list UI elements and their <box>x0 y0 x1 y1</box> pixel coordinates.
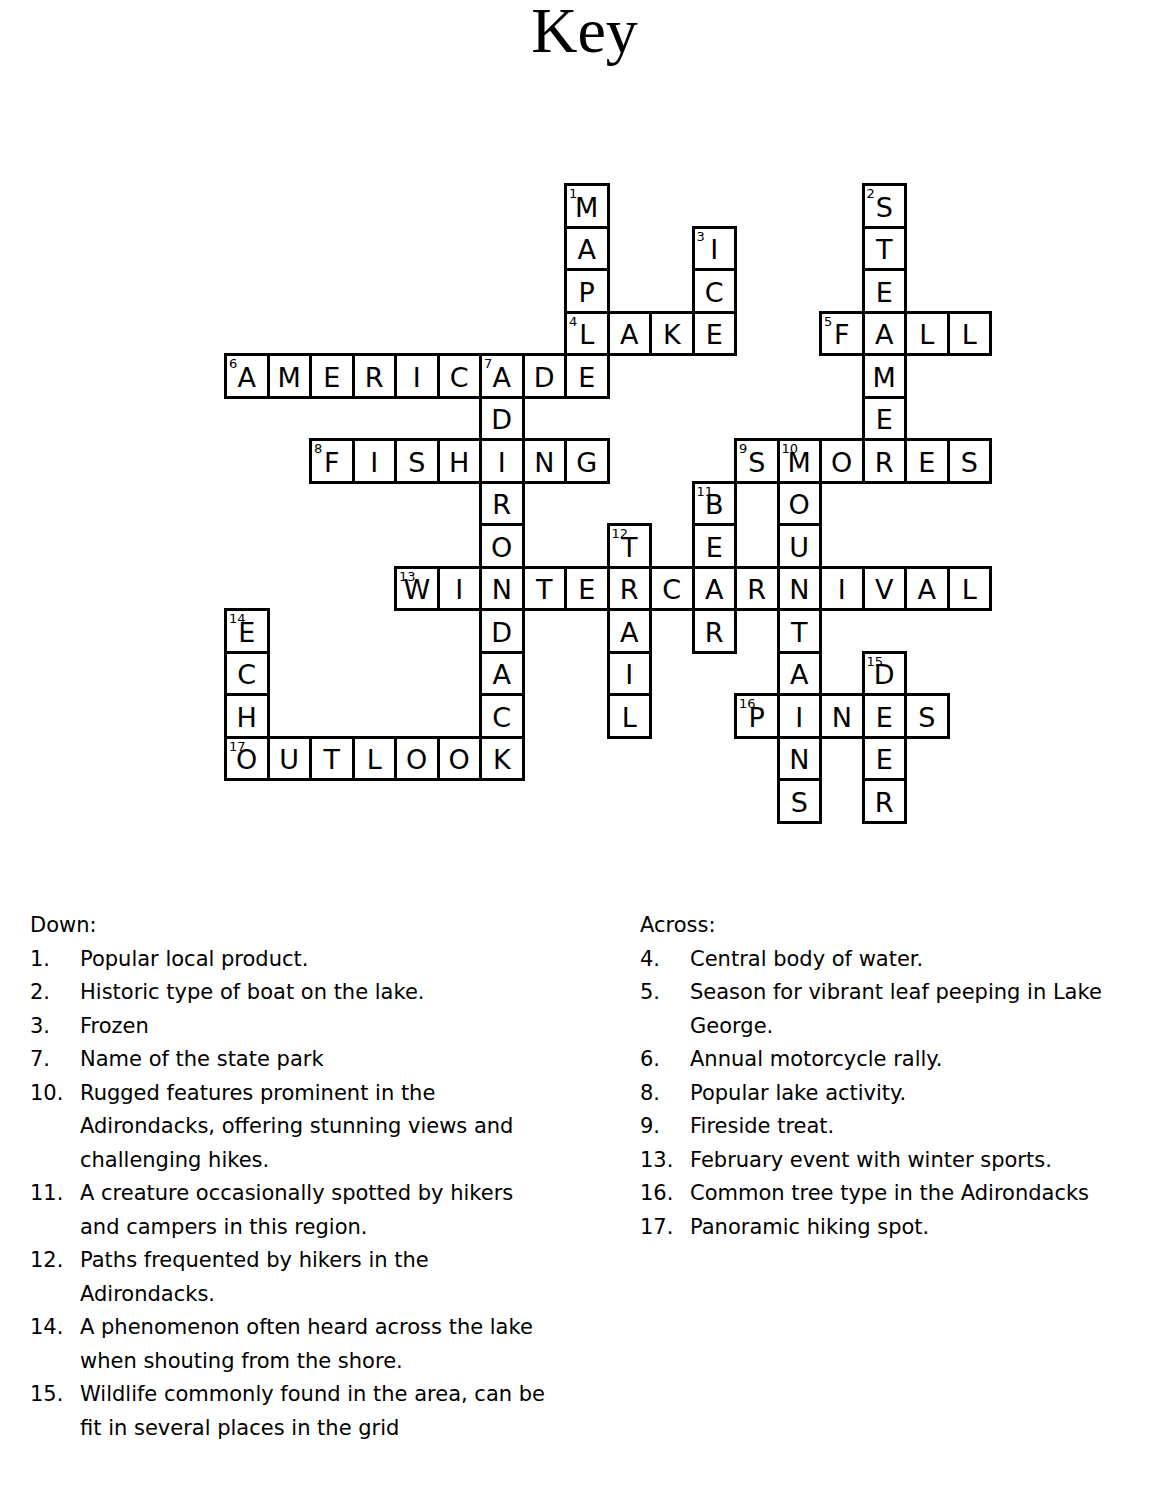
cell-letter: T <box>876 236 893 263</box>
cell-letter: D <box>491 406 512 433</box>
cell-number: 11 <box>697 485 714 498</box>
clue-text: Central body of water. <box>690 943 1160 977</box>
clue-text: Fireside treat. <box>690 1110 1160 1144</box>
cell-letter: D <box>491 619 512 646</box>
grid-cell-r4c6: 7A <box>479 353 525 399</box>
cell-letter: L <box>579 321 594 348</box>
cell-number: 14 <box>229 612 246 625</box>
grid-cell-r5c15: E <box>862 396 908 442</box>
clue-number: 14. <box>30 1311 80 1345</box>
grid-cell-r3c17: L <box>947 311 993 357</box>
grid-cell-r7c13: O <box>777 481 823 527</box>
grid-cell-r2c11: C <box>692 268 738 314</box>
clue-number: 12. <box>30 1244 80 1278</box>
clue-text: Panoramic hiking spot. <box>690 1211 1160 1245</box>
grid-cell-r3c16: L <box>904 311 950 357</box>
clue-text: Paths frequented by hikers in the Adiron… <box>80 1244 550 1311</box>
grid-cell-r11c9: I <box>607 651 653 697</box>
grid-cell-r9c7: T <box>522 566 568 612</box>
cell-letter: R <box>705 619 724 646</box>
grid-cell-r8c9: 12T <box>607 523 653 569</box>
clue-text: Historic type of boat on the lake. <box>80 976 550 1010</box>
grid-cell-r11c13: A <box>777 651 823 697</box>
cell-letter: T <box>324 746 341 773</box>
grid-cell-r3c10: K <box>649 311 695 357</box>
grid-cell-r11c6: A <box>479 651 525 697</box>
grid-cell-r10c6: D <box>479 608 525 654</box>
cell-letter: L <box>367 746 382 773</box>
cell-letter: A <box>493 661 511 688</box>
grid-cell-r13c5: O <box>437 736 483 782</box>
grid-cell-r13c4: O <box>394 736 440 782</box>
grid-cell-r12c13: I <box>777 693 823 739</box>
grid-cell-r10c9: A <box>607 608 653 654</box>
grid-cell-r4c2: E <box>309 353 355 399</box>
grid-cell-r13c6: K <box>479 736 525 782</box>
cell-letter: S <box>408 449 425 476</box>
grid-cell-r3c11: E <box>692 311 738 357</box>
grid-cell-r14c15: R <box>862 778 908 824</box>
down-clue-15: 15.Wildlife commonly found in the area, … <box>30 1378 570 1445</box>
grid-cell-r6c3: I <box>352 438 398 484</box>
across-clue-4: 4.Central body of water. <box>640 943 1169 977</box>
cell-letter: I <box>498 449 506 476</box>
cell-letter: A <box>238 364 256 391</box>
cell-letter: S <box>876 194 893 221</box>
cell-letter: M <box>575 194 598 221</box>
clue-text: A creature occasionally spotted by hiker… <box>80 1177 550 1244</box>
cell-letter: K <box>663 321 681 348</box>
cell-letter: A <box>875 321 893 348</box>
grid-cell-r4c8: E <box>564 353 610 399</box>
cell-letter: O <box>831 449 852 476</box>
cell-number: 9 <box>739 442 747 455</box>
grid-cell-r6c16: E <box>904 438 950 484</box>
cell-letter: S <box>791 789 808 816</box>
grid-cell-r9c15: V <box>862 566 908 612</box>
grid-cell-r9c16: A <box>904 566 950 612</box>
clue-text: Season for vibrant leaf peeping in Lake … <box>690 976 1160 1043</box>
cell-letter: E <box>706 321 723 348</box>
cell-letter: N <box>789 746 809 773</box>
grid-cell-r12c15: E <box>862 693 908 739</box>
grid-cell-r13c15: E <box>862 736 908 782</box>
grid-cell-r13c13: N <box>777 736 823 782</box>
cell-letter: A <box>705 576 723 603</box>
grid-cell-r6c8: G <box>564 438 610 484</box>
grid-cell-r9c17: L <box>947 566 993 612</box>
grid-cell-r8c11: E <box>692 523 738 569</box>
cell-letter: A <box>790 661 808 688</box>
cell-number: 13 <box>399 570 416 583</box>
grid-cell-r6c7: N <box>522 438 568 484</box>
cell-letter: I <box>370 449 378 476</box>
clue-text: Popular lake activity. <box>690 1077 1160 1111</box>
cell-letter: H <box>449 449 469 476</box>
cell-letter: F <box>324 449 340 476</box>
clue-text: Annual motorcycle rally. <box>690 1043 1160 1077</box>
grid-cell-r11c0: C <box>224 651 270 697</box>
grid-cell-r9c5: I <box>437 566 483 612</box>
clue-number: 11. <box>30 1177 80 1211</box>
cell-letter: C <box>705 279 724 306</box>
cell-letter: C <box>237 661 256 688</box>
clue-text: A phenomenon often heard across the lake… <box>80 1311 550 1378</box>
grid-cell-r11c15: 15D <box>862 651 908 697</box>
cell-number: 6 <box>229 357 237 370</box>
clue-text: Popular local product. <box>80 943 550 977</box>
grid-cell-r4c0: 6A <box>224 353 270 399</box>
clue-number: 15. <box>30 1378 80 1412</box>
clue-text: Name of the state park <box>80 1043 550 1077</box>
grid-cell-r9c4: 13W <box>394 566 440 612</box>
cell-letter: L <box>962 321 977 348</box>
cell-letter: I <box>625 661 633 688</box>
cell-number: 15 <box>867 655 884 668</box>
grid-cell-r9c6: N <box>479 566 525 612</box>
cell-letter: E <box>706 534 723 561</box>
across-clue-5: 5.Season for vibrant leaf peeping in Lak… <box>640 976 1169 1043</box>
grid-cell-r1c11: 3I <box>692 226 738 272</box>
grid-cell-r4c15: M <box>862 353 908 399</box>
grid-cell-r6c6: I <box>479 438 525 484</box>
grid-cell-r5c6: D <box>479 396 525 442</box>
cell-letter: I <box>795 704 803 731</box>
clue-number: 1. <box>30 943 80 977</box>
cell-number: 1 <box>569 187 577 200</box>
grid-cell-r9c11: A <box>692 566 738 612</box>
clue-number: 17. <box>640 1211 690 1245</box>
cell-number: 3 <box>697 230 705 243</box>
grid-cell-r12c0: H <box>224 693 270 739</box>
cell-letter: O <box>406 746 427 773</box>
grid-cell-r10c13: T <box>777 608 823 654</box>
cell-letter: O <box>449 746 470 773</box>
cell-letter: L <box>622 704 637 731</box>
cell-letter: I <box>455 576 463 603</box>
clue-number: 3. <box>30 1010 80 1044</box>
cell-letter: N <box>534 449 554 476</box>
cell-letter: L <box>962 576 977 603</box>
cell-letter: A <box>620 321 638 348</box>
grid-cell-r4c7: D <box>522 353 568 399</box>
cell-letter: G <box>576 449 597 476</box>
grid-cell-r12c9: L <box>607 693 653 739</box>
cell-letter: V <box>875 576 893 603</box>
cell-number: 2 <box>867 187 875 200</box>
grid-cell-r13c0: 17O <box>224 736 270 782</box>
cell-letter: S <box>961 449 978 476</box>
down-clues-column: Down: 1.Popular local product.2.Historic… <box>30 909 570 1445</box>
cell-letter: R <box>747 576 766 603</box>
across-clue-16: 16.Common tree type in the Adirondacks <box>640 1177 1169 1211</box>
grid-cell-r2c8: P <box>564 268 610 314</box>
down-clue-12: 12.Paths frequented by hikers in the Adi… <box>30 1244 570 1311</box>
across-clue-17: 17.Panoramic hiking spot. <box>640 1211 1169 1245</box>
grid-cell-r4c4: I <box>394 353 440 399</box>
across-clue-13: 13.February event with winter sports. <box>640 1144 1169 1178</box>
grid-cell-r6c14: O <box>819 438 865 484</box>
grid-cell-r6c13: 10M <box>777 438 823 484</box>
cell-letter: U <box>279 746 299 773</box>
grid-cell-r12c6: C <box>479 693 525 739</box>
down-clue-11: 11.A creature occasionally spotted by hi… <box>30 1177 570 1244</box>
cell-number: 8 <box>314 442 322 455</box>
clue-number: 4. <box>640 943 690 977</box>
clue-text: Wildlife commonly found in the area, can… <box>80 1378 550 1445</box>
cell-letter: N <box>789 576 809 603</box>
cell-letter: N <box>832 704 852 731</box>
cell-letter: F <box>834 321 850 348</box>
cell-number: 16 <box>739 697 756 710</box>
cell-letter: C <box>492 704 511 731</box>
cell-letter: H <box>237 704 257 731</box>
grid-cell-r6c12: 9S <box>734 438 780 484</box>
across-clue-6: 6.Annual motorcycle rally. <box>640 1043 1169 1077</box>
across-clues-column: Across: 4.Central body of water.5.Season… <box>640 909 1169 1244</box>
grid-cell-r1c15: T <box>862 226 908 272</box>
grid-cell-r3c15: A <box>862 311 908 357</box>
cell-number: 12 <box>612 527 629 540</box>
down-clue-list: 1.Popular local product.2.Historic type … <box>30 943 570 1446</box>
grid-cell-r2c15: E <box>862 268 908 314</box>
cell-letter: L <box>919 321 934 348</box>
cell-number: 17 <box>229 740 246 753</box>
cell-letter: A <box>578 236 596 263</box>
cell-letter: T <box>791 619 808 646</box>
down-clue-2: 2.Historic type of boat on the lake. <box>30 976 570 1010</box>
down-clue-10: 10.Rugged features prominent in the Adir… <box>30 1077 570 1178</box>
grid-cell-r13c1: U <box>267 736 313 782</box>
cell-letter: I <box>413 364 421 391</box>
puzzle-title: Key <box>0 0 1169 68</box>
cell-letter: R <box>875 789 894 816</box>
clue-number: 5. <box>640 976 690 1010</box>
cell-number: 10 <box>782 442 799 455</box>
down-clue-3: 3.Frozen <box>30 1010 570 1044</box>
clue-number: 13. <box>640 1144 690 1178</box>
grid-cell-r6c2: 8F <box>309 438 355 484</box>
down-heading: Down: <box>30 909 570 943</box>
grid-cell-r3c8: 4L <box>564 311 610 357</box>
cell-letter: N <box>492 576 512 603</box>
across-clue-9: 9.Fireside treat. <box>640 1110 1169 1144</box>
cell-number: 5 <box>824 315 832 328</box>
grid-cell-r4c3: R <box>352 353 398 399</box>
grid-cell-r0c8: 1M <box>564 183 610 229</box>
cell-letter: E <box>323 364 340 391</box>
grid-cell-r8c6: O <box>479 523 525 569</box>
grid-cell-r10c0: 14E <box>224 608 270 654</box>
grid-cell-r8c13: U <box>777 523 823 569</box>
cell-letter: M <box>873 364 896 391</box>
grid-cell-r9c8: E <box>564 566 610 612</box>
grid-cell-r9c9: R <box>607 566 653 612</box>
cell-letter: E <box>876 746 893 773</box>
cell-letter: R <box>875 449 894 476</box>
grid-cell-r12c16: S <box>904 693 950 739</box>
cell-letter: E <box>578 364 595 391</box>
grid-cell-r4c1: M <box>267 353 313 399</box>
cell-letter: O <box>789 491 810 518</box>
grid-cell-r10c11: R <box>692 608 738 654</box>
clue-number: 2. <box>30 976 80 1010</box>
cell-letter: M <box>278 364 301 391</box>
grid-cell-r4c5: C <box>437 353 483 399</box>
cell-letter: D <box>534 364 555 391</box>
grid-cell-r13c2: T <box>309 736 355 782</box>
across-clue-list: 4.Central body of water.5.Season for vib… <box>640 943 1169 1245</box>
cell-letter: R <box>620 576 639 603</box>
grid-cell-r12c14: N <box>819 693 865 739</box>
across-heading: Across: <box>640 909 1169 943</box>
cell-letter: E <box>876 704 893 731</box>
clue-number: 7. <box>30 1043 80 1077</box>
cell-letter: P <box>579 279 595 306</box>
grid-cell-r3c9: A <box>607 311 653 357</box>
grid-cell-r14c13: S <box>777 778 823 824</box>
cell-letter: O <box>491 534 512 561</box>
grid-cell-r9c10: C <box>649 566 695 612</box>
clue-text: February event with winter sports. <box>690 1144 1160 1178</box>
cell-number: 7 <box>484 357 492 370</box>
clue-number: 10. <box>30 1077 80 1111</box>
cell-letter: S <box>918 704 935 731</box>
cell-letter: I <box>710 236 718 263</box>
cell-letter: A <box>918 576 936 603</box>
grid-cell-r9c14: I <box>819 566 865 612</box>
cell-number: 4 <box>569 315 577 328</box>
cell-letter: A <box>620 619 638 646</box>
cell-letter: E <box>578 576 595 603</box>
clue-number: 9. <box>640 1110 690 1144</box>
clue-number: 8. <box>640 1077 690 1111</box>
clue-text: Frozen <box>80 1010 550 1044</box>
clue-text: Common tree type in the Adirondacks <box>690 1177 1160 1211</box>
grid-cell-r1c8: A <box>564 226 610 272</box>
cell-letter: E <box>918 449 935 476</box>
grid-cell-r13c3: L <box>352 736 398 782</box>
grid-cell-r6c4: S <box>394 438 440 484</box>
cell-letter: E <box>876 406 893 433</box>
cell-letter: C <box>450 364 469 391</box>
cell-letter: A <box>493 364 511 391</box>
grid-cell-r12c12: 16P <box>734 693 780 739</box>
grid-cell-r9c12: R <box>734 566 780 612</box>
down-clue-7: 7.Name of the state park <box>30 1043 570 1077</box>
cell-letter: R <box>365 364 384 391</box>
cell-letter: C <box>662 576 681 603</box>
grid-cell-r6c5: H <box>437 438 483 484</box>
cell-letter: K <box>493 746 511 773</box>
down-clue-1: 1.Popular local product. <box>30 943 570 977</box>
grid-cell-r9c13: N <box>777 566 823 612</box>
grid-cell-r7c11: 11B <box>692 481 738 527</box>
grid-cell-r0c15: 2S <box>862 183 908 229</box>
clue-text: Rugged features prominent in the Adirond… <box>80 1077 550 1178</box>
grid-cell-r6c17: S <box>947 438 993 484</box>
cell-letter: U <box>789 534 809 561</box>
clue-number: 6. <box>640 1043 690 1077</box>
grid-cell-r3c14: 5F <box>819 311 865 357</box>
across-clue-8: 8.Popular lake activity. <box>640 1077 1169 1111</box>
grid-cell-r6c15: R <box>862 438 908 484</box>
clue-number: 16. <box>640 1177 690 1211</box>
cell-letter: T <box>536 576 553 603</box>
grid-cell-r7c6: R <box>479 481 525 527</box>
down-clue-14: 14.A phenomenon often heard across the l… <box>30 1311 570 1378</box>
cell-letter: R <box>492 491 511 518</box>
cell-letter: S <box>748 449 765 476</box>
cell-letter: I <box>838 576 846 603</box>
cell-letter: E <box>876 279 893 306</box>
